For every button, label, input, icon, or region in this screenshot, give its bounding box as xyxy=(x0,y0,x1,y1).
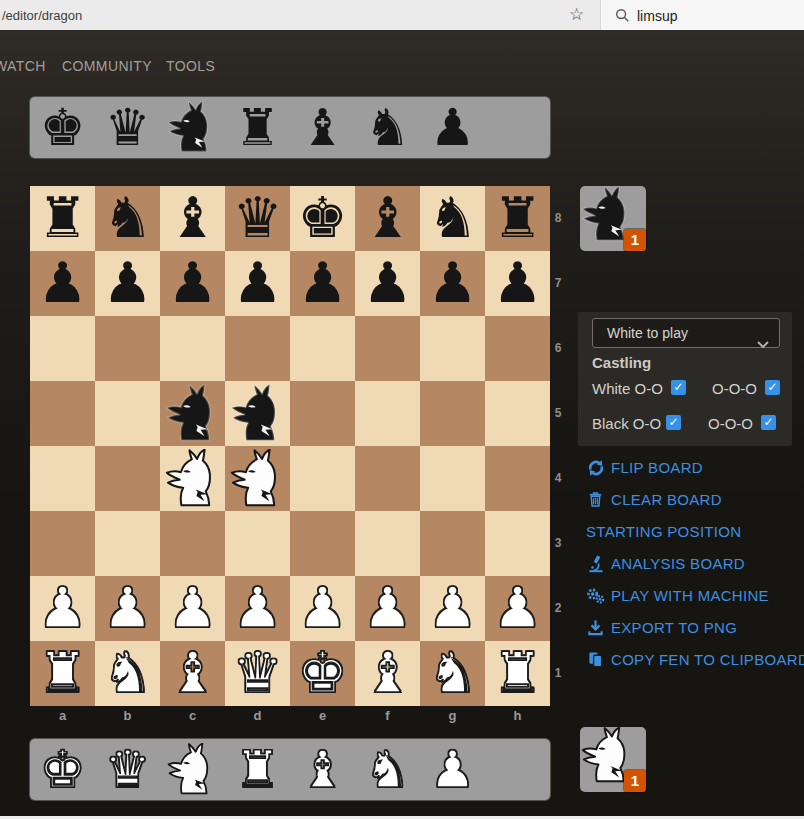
nav-item-watch[interactable]: WATCH xyxy=(0,58,46,74)
action-export-to-png[interactable]: EXPORT TO PNG xyxy=(586,618,737,637)
turn-select-value: White to play xyxy=(607,325,688,341)
square-g1[interactable]: ♞ xyxy=(420,641,485,706)
piece-black-king[interactable]: ♚ xyxy=(30,97,95,158)
piece-black-rook[interactable]: ♜ xyxy=(485,186,550,249)
square-f3[interactable] xyxy=(355,511,420,576)
action-label: FLIP BOARD xyxy=(611,459,703,476)
square-b6[interactable] xyxy=(95,316,160,381)
pocket-black-dragon[interactable]: 1 xyxy=(580,186,646,251)
square-b8[interactable]: ♞ xyxy=(95,186,160,251)
square-f1[interactable]: ♝ xyxy=(355,641,420,706)
piece-black-pawn[interactable]: ♟ xyxy=(225,251,290,314)
file-label-b: b xyxy=(95,708,160,723)
square-h4[interactable] xyxy=(485,446,550,511)
action-label: COPY FEN TO CLIPBOARD xyxy=(611,651,804,668)
square-e6[interactable] xyxy=(290,316,355,381)
palette-white-king[interactable]: ♚ xyxy=(30,739,95,800)
file-label-d: d xyxy=(225,708,290,723)
piece-black-dragon[interactable] xyxy=(164,384,222,442)
piece-white-king[interactable]: ♚ xyxy=(290,641,355,704)
piece-black-rook[interactable]: ♜ xyxy=(225,97,290,158)
square-c1[interactable]: ♝ xyxy=(160,641,225,706)
piece-white-pawn[interactable]: ♟ xyxy=(160,576,225,639)
trash-icon xyxy=(586,491,605,508)
square-f6[interactable] xyxy=(355,316,420,381)
action-play-with-machine[interactable]: PLAY WITH MACHINE xyxy=(586,586,769,605)
file-label-c: c xyxy=(160,708,225,723)
piece-black-pawn[interactable]: ♟ xyxy=(30,251,95,314)
piece-white-knight[interactable]: ♞ xyxy=(95,641,160,704)
piece-black-knight[interactable]: ♞ xyxy=(95,186,160,249)
palette-white-rook[interactable]: ♜ xyxy=(225,739,290,800)
square-g3[interactable] xyxy=(420,511,485,576)
palette-black-pieces: ♚♛♜♝♞♟ xyxy=(30,97,550,158)
file-label-e: e xyxy=(290,708,355,723)
piece-black-pawn[interactable]: ♟ xyxy=(420,251,485,314)
palette-black-king[interactable]: ♚ xyxy=(30,97,95,158)
file-label-f: f xyxy=(355,708,420,723)
castling-checkbox-white-kingside[interactable] xyxy=(671,380,686,395)
piece-white-pawn[interactable]: ♟ xyxy=(420,576,485,639)
square-a7[interactable]: ♟ xyxy=(30,251,95,316)
action-flip-board[interactable]: FLIP BOARD xyxy=(586,458,703,477)
nav-item-community[interactable]: COMMUNITY xyxy=(62,58,152,74)
piece-white-king[interactable]: ♚ xyxy=(30,739,95,800)
piece-black-bishop[interactable]: ♝ xyxy=(160,186,225,249)
chevron-down-icon xyxy=(757,330,769,358)
download-icon xyxy=(586,619,605,636)
square-f7[interactable]: ♟ xyxy=(355,251,420,316)
action-label: ANALYSIS BOARD xyxy=(611,555,745,572)
search-icon xyxy=(614,7,630,27)
square-a2[interactable]: ♟ xyxy=(30,576,95,641)
square-b7[interactable]: ♟ xyxy=(95,251,160,316)
castling-label-black-oo: Black O-O xyxy=(592,415,661,432)
square-g6[interactable] xyxy=(420,316,485,381)
rank-label-3: 3 xyxy=(551,511,565,576)
palette-white-queen[interactable]: ♛ xyxy=(95,739,160,800)
piece-white-pawn[interactable]: ♟ xyxy=(485,576,550,639)
search-value: limsup xyxy=(637,8,677,24)
castling-label-white-ooo: O-O-O xyxy=(712,380,757,397)
action-label: EXPORT TO PNG xyxy=(611,619,737,636)
piece-black-queen[interactable]: ♛ xyxy=(225,186,290,249)
piece-white-pawn[interactable]: ♟ xyxy=(30,576,95,639)
piece-white-knight[interactable]: ♞ xyxy=(355,739,420,800)
piece-white-rook[interactable]: ♜ xyxy=(485,641,550,704)
castling-checkbox-white-queenside[interactable] xyxy=(765,380,780,395)
square-f8[interactable]: ♝ xyxy=(355,186,420,251)
piece-white-bishop[interactable]: ♝ xyxy=(290,739,355,800)
editor-page: WATCH COMMUNITY TOOLS ♚♛♜♝♞♟ ♜♞♝♛♚♝♞♜♟♟♟… xyxy=(0,30,804,819)
square-f4[interactable] xyxy=(355,446,420,511)
palette-empty-cell[interactable] xyxy=(485,739,550,800)
square-g2[interactable]: ♟ xyxy=(420,576,485,641)
rank-label-7: 7 xyxy=(551,251,565,316)
square-h7[interactable]: ♟ xyxy=(485,251,550,316)
piece-black-pawn[interactable]: ♟ xyxy=(485,251,550,314)
square-b1[interactable]: ♞ xyxy=(95,641,160,706)
action-label: PLAY WITH MACHINE xyxy=(611,587,769,604)
palette-white-dragon[interactable] xyxy=(160,739,225,800)
square-h8[interactable]: ♜ xyxy=(485,186,550,251)
action-starting-position[interactable]: STARTING POSITION xyxy=(586,522,741,541)
palette-white-knight[interactable]: ♞ xyxy=(355,739,420,800)
turn-select[interactable]: White to play xyxy=(592,318,780,348)
piece-black-king[interactable]: ♚ xyxy=(290,186,355,249)
piece-white-dragon[interactable] xyxy=(229,449,287,507)
search-input[interactable]: limsup xyxy=(600,0,804,30)
url-text: /editor/dragon xyxy=(2,8,82,23)
piece-black-pawn[interactable]: ♟ xyxy=(290,251,355,314)
nav-item-tools[interactable]: TOOLS xyxy=(166,58,215,74)
metadata-panel: White to play Castling White O-O O-O-O B… xyxy=(578,312,792,446)
piece-white-pawn[interactable]: ♟ xyxy=(290,576,355,639)
copy-icon xyxy=(586,651,605,668)
palette-black-bishop[interactable]: ♝ xyxy=(290,97,355,158)
palette-black-pawn[interactable]: ♟ xyxy=(420,97,485,158)
square-g5[interactable] xyxy=(420,381,485,446)
square-h5[interactable] xyxy=(485,381,550,446)
piece-black-rook[interactable]: ♜ xyxy=(30,186,95,249)
castling-title: Castling xyxy=(592,354,651,371)
castling-label-black-ooo: O-O-O xyxy=(708,415,753,432)
palette-black-queen[interactable]: ♛ xyxy=(95,97,160,158)
browser-chrome: /editor/dragon ☆ limsup xyxy=(0,0,804,30)
square-f2[interactable]: ♟ xyxy=(355,576,420,641)
piece-white-pawn[interactable]: ♟ xyxy=(225,576,290,639)
square-b5[interactable] xyxy=(95,381,160,446)
piece-white-knight[interactable]: ♞ xyxy=(420,641,485,704)
piece-black-pawn[interactable]: ♟ xyxy=(420,97,485,158)
piece-white-rook[interactable]: ♜ xyxy=(225,739,290,800)
piece-black-queen[interactable]: ♛ xyxy=(95,97,160,158)
square-c2[interactable]: ♟ xyxy=(160,576,225,641)
square-b2[interactable]: ♟ xyxy=(95,576,160,641)
piece-white-pawn[interactable]: ♟ xyxy=(355,576,420,639)
palette-black-knight[interactable]: ♞ xyxy=(355,97,420,158)
url-bar[interactable]: /editor/dragon ☆ xyxy=(0,0,600,30)
square-c4[interactable] xyxy=(160,446,225,511)
square-e2[interactable]: ♟ xyxy=(290,576,355,641)
square-e5[interactable] xyxy=(290,381,355,446)
pocket-count-badge: 1 xyxy=(624,770,646,792)
square-a5[interactable] xyxy=(30,381,95,446)
square-h6[interactable] xyxy=(485,316,550,381)
rank-label-6: 6 xyxy=(551,316,565,381)
square-d7[interactable]: ♟ xyxy=(225,251,290,316)
palette-black-rook[interactable]: ♜ xyxy=(225,97,290,158)
square-g4[interactable] xyxy=(420,446,485,511)
bookmark-star-icon[interactable]: ☆ xyxy=(569,4,584,24)
square-e4[interactable] xyxy=(290,446,355,511)
action-label: CLEAR BOARD xyxy=(611,491,722,508)
square-d1[interactable]: ♛ xyxy=(225,641,290,706)
square-e8[interactable]: ♚ xyxy=(290,186,355,251)
castling-checkbox-black-queenside[interactable] xyxy=(761,415,776,430)
piece-white-bishop[interactable]: ♝ xyxy=(160,641,225,704)
piece-white-pawn[interactable]: ♟ xyxy=(95,576,160,639)
action-clear-board[interactable]: CLEAR BOARD xyxy=(586,490,722,509)
piece-white-pawn[interactable]: ♟ xyxy=(420,739,485,800)
file-label-a: a xyxy=(30,708,95,723)
file-label-g: g xyxy=(420,708,485,723)
square-a6[interactable] xyxy=(30,316,95,381)
castling-row-white: White O-O O-O-O xyxy=(578,380,792,396)
file-label-h: h xyxy=(485,708,550,723)
square-c3[interactable] xyxy=(160,511,225,576)
square-d8[interactable]: ♛ xyxy=(225,186,290,251)
square-a4[interactable] xyxy=(30,446,95,511)
square-g7[interactable]: ♟ xyxy=(420,251,485,316)
square-c5[interactable] xyxy=(160,381,225,446)
microscope-icon xyxy=(586,555,605,573)
palette-white-pieces: ♚♛♜♝♞♟ xyxy=(30,739,550,800)
pocket-count-badge: 1 xyxy=(624,229,646,251)
square-b3[interactable] xyxy=(95,511,160,576)
action-analysis-board[interactable]: ANALYSIS BOARD xyxy=(586,554,745,573)
square-g8[interactable]: ♞ xyxy=(420,186,485,251)
piece-white-rook[interactable]: ♜ xyxy=(30,641,95,704)
piece-white-bishop[interactable]: ♝ xyxy=(355,641,420,704)
square-h1[interactable]: ♜ xyxy=(485,641,550,706)
rank-label-4: 4 xyxy=(551,446,565,511)
action-label: STARTING POSITION xyxy=(586,523,741,540)
square-a8[interactable]: ♜ xyxy=(30,186,95,251)
square-h3[interactable] xyxy=(485,511,550,576)
piece-black-dragon[interactable] xyxy=(166,101,218,153)
rank-label-8: 8 xyxy=(551,186,565,251)
pocket-white-dragon[interactable]: 1 xyxy=(580,727,646,792)
palette-white-pawn[interactable]: ♟ xyxy=(420,739,485,800)
piece-black-pawn[interactable]: ♟ xyxy=(160,251,225,314)
piece-black-knight[interactable]: ♞ xyxy=(420,186,485,249)
palette-white-bishop[interactable]: ♝ xyxy=(290,739,355,800)
square-c8[interactable]: ♝ xyxy=(160,186,225,251)
square-a1[interactable]: ♜ xyxy=(30,641,95,706)
palette-black-dragon[interactable] xyxy=(160,97,225,158)
board: ♜♞♝♛♚♝♞♜♟♟♟♟♟♟♟♟♟♟♟♟♟♟♟♟♜♞♝♛♚♝♞♜ xyxy=(30,186,550,706)
square-e3[interactable] xyxy=(290,511,355,576)
action-copy-fen-to-clipboard[interactable]: COPY FEN TO CLIPBOARD xyxy=(586,650,804,669)
piece-black-pawn[interactable]: ♟ xyxy=(355,251,420,314)
square-f5[interactable] xyxy=(355,381,420,446)
piece-white-dragon[interactable] xyxy=(164,449,222,507)
rank-label-2: 2 xyxy=(551,576,565,641)
square-d2[interactable]: ♟ xyxy=(225,576,290,641)
square-d6[interactable] xyxy=(225,316,290,381)
piece-white-dragon[interactable] xyxy=(166,743,218,795)
square-d3[interactable] xyxy=(225,511,290,576)
piece-black-bishop[interactable]: ♝ xyxy=(290,97,355,158)
piece-black-dragon[interactable] xyxy=(229,384,287,442)
square-c7[interactable]: ♟ xyxy=(160,251,225,316)
piece-black-bishop[interactable]: ♝ xyxy=(355,186,420,249)
gears-icon xyxy=(586,587,605,604)
flip-icon xyxy=(586,459,605,477)
square-b4[interactable] xyxy=(95,446,160,511)
palette-empty-cell[interactable] xyxy=(485,97,550,158)
rank-label-1: 1 xyxy=(551,641,565,706)
castling-row-black: Black O-O O-O-O xyxy=(578,415,792,431)
square-a3[interactable] xyxy=(30,511,95,576)
square-e1[interactable]: ♚ xyxy=(290,641,355,706)
square-c6[interactable] xyxy=(160,316,225,381)
castling-checkbox-black-kingside[interactable] xyxy=(666,415,681,430)
piece-white-queen[interactable]: ♛ xyxy=(95,739,160,800)
piece-white-queen[interactable]: ♛ xyxy=(225,641,290,704)
square-d5[interactable] xyxy=(225,381,290,446)
castling-label-white-oo: White O-O xyxy=(592,380,663,397)
square-d4[interactable] xyxy=(225,446,290,511)
rank-label-5: 5 xyxy=(551,381,565,446)
square-h2[interactable]: ♟ xyxy=(485,576,550,641)
piece-black-knight[interactable]: ♞ xyxy=(355,97,420,158)
square-e7[interactable]: ♟ xyxy=(290,251,355,316)
piece-black-pawn[interactable]: ♟ xyxy=(95,251,160,314)
